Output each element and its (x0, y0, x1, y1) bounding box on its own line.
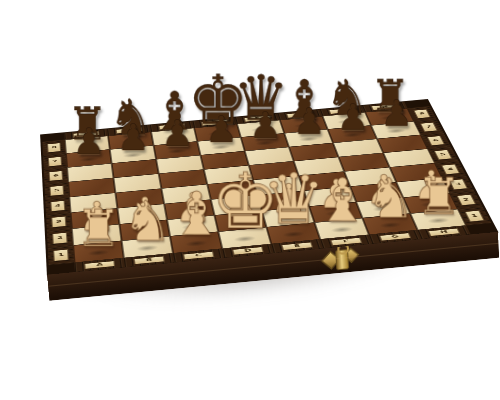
photo-canvas: ABCDEFGH8♜♞♝♚♛♝♞♜87♟♟♟♟♟♟♟♟7665544332♟♟♟… (0, 0, 500, 400)
piece-white-rook: ♜ (64, 202, 132, 253)
rank-label-right-6: 6 (427, 136, 445, 146)
board-border-left: 6 (44, 168, 68, 185)
chess-box: ABCDEFGH8♜♞♝♚♛♝♞♜87♟♟♟♟♟♟♟♟7665544332♟♟♟… (42, 100, 496, 275)
piece-black-pawn: ♟ (58, 123, 120, 160)
brass-clasp-icon (323, 246, 361, 274)
board-border-right: 6 (421, 133, 451, 149)
rank-label-left-5: 5 (50, 185, 65, 195)
rank-label-left-6: 6 (49, 171, 63, 181)
scene-rotation: ABCDEFGH8♜♞♝♚♛♝♞♜87♟♟♟♟♟♟♟♟7665544332♟♟♟… (0, 0, 500, 400)
scene-perspective: ABCDEFGH8♜♞♝♚♛♝♞♜87♟♟♟♟♟♟♟♟7665544332♟♟♟… (0, 0, 500, 400)
rank-label-right-5: 5 (434, 150, 452, 160)
